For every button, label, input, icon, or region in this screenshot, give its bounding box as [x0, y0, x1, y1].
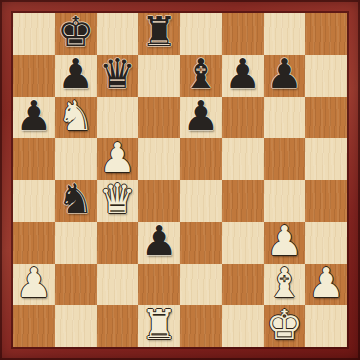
square-g3[interactable]: ♟ — [264, 222, 306, 264]
piece-black-pawn[interactable]: ♟ — [266, 54, 303, 95]
square-d4[interactable] — [138, 180, 180, 222]
square-h6[interactable] — [305, 97, 347, 139]
square-e6[interactable]: ♟ — [180, 97, 222, 139]
piece-black-pawn[interactable]: ♟ — [224, 54, 261, 95]
square-c1[interactable] — [97, 305, 139, 347]
square-a7[interactable] — [13, 55, 55, 97]
square-c6[interactable] — [97, 97, 139, 139]
square-c8[interactable] — [97, 13, 139, 55]
square-d5[interactable] — [138, 138, 180, 180]
square-c5[interactable]: ♟ — [97, 138, 139, 180]
piece-white-knight[interactable]: ♞ — [57, 96, 94, 137]
square-h7[interactable] — [305, 55, 347, 97]
piece-white-pawn[interactable]: ♟ — [266, 221, 303, 262]
square-f1[interactable] — [222, 305, 264, 347]
square-a2[interactable]: ♟ — [13, 264, 55, 306]
square-e2[interactable] — [180, 264, 222, 306]
piece-black-pawn[interactable]: ♟ — [15, 96, 52, 137]
square-e8[interactable] — [180, 13, 222, 55]
piece-white-rook[interactable]: ♜ — [141, 305, 178, 346]
square-h2[interactable]: ♟ — [305, 264, 347, 306]
square-a5[interactable] — [13, 138, 55, 180]
square-a1[interactable] — [13, 305, 55, 347]
square-e7[interactable]: ♝ — [180, 55, 222, 97]
square-d2[interactable] — [138, 264, 180, 306]
square-g4[interactable] — [264, 180, 306, 222]
square-d8[interactable]: ♜ — [138, 13, 180, 55]
square-a4[interactable] — [13, 180, 55, 222]
square-d3[interactable]: ♟ — [138, 222, 180, 264]
square-b2[interactable] — [55, 264, 97, 306]
square-a6[interactable]: ♟ — [13, 97, 55, 139]
square-d1[interactable]: ♜ — [138, 305, 180, 347]
square-c3[interactable] — [97, 222, 139, 264]
square-g1[interactable]: ♚ — [264, 305, 306, 347]
square-h3[interactable] — [305, 222, 347, 264]
square-e3[interactable] — [180, 222, 222, 264]
chess-board: ♚♜♟♛♝♟♟♟♞♟♟♞♛♟♟♟♝♟♜♚ — [13, 13, 347, 347]
square-f8[interactable] — [222, 13, 264, 55]
square-c2[interactable] — [97, 264, 139, 306]
square-g6[interactable] — [264, 97, 306, 139]
piece-black-knight[interactable]: ♞ — [57, 179, 94, 220]
square-g5[interactable] — [264, 138, 306, 180]
piece-white-pawn[interactable]: ♟ — [99, 138, 136, 179]
square-f4[interactable] — [222, 180, 264, 222]
square-g8[interactable] — [264, 13, 306, 55]
square-c4[interactable]: ♛ — [97, 180, 139, 222]
square-h1[interactable] — [305, 305, 347, 347]
square-g2[interactable]: ♝ — [264, 264, 306, 306]
square-f7[interactable]: ♟ — [222, 55, 264, 97]
square-c7[interactable]: ♛ — [97, 55, 139, 97]
square-f5[interactable] — [222, 138, 264, 180]
square-b6[interactable]: ♞ — [55, 97, 97, 139]
square-a8[interactable] — [13, 13, 55, 55]
piece-black-queen[interactable]: ♛ — [99, 54, 136, 95]
piece-white-king[interactable]: ♚ — [266, 305, 303, 346]
square-h8[interactable] — [305, 13, 347, 55]
piece-black-rook[interactable]: ♜ — [141, 12, 178, 53]
square-d6[interactable] — [138, 97, 180, 139]
piece-black-bishop[interactable]: ♝ — [182, 54, 219, 95]
square-b8[interactable]: ♚ — [55, 13, 97, 55]
square-g7[interactable]: ♟ — [264, 55, 306, 97]
piece-white-pawn[interactable]: ♟ — [308, 263, 345, 304]
piece-black-pawn[interactable]: ♟ — [57, 54, 94, 95]
square-h4[interactable] — [305, 180, 347, 222]
square-e1[interactable] — [180, 305, 222, 347]
square-f2[interactable] — [222, 264, 264, 306]
square-e4[interactable] — [180, 180, 222, 222]
piece-white-bishop[interactable]: ♝ — [266, 263, 303, 304]
square-h5[interactable] — [305, 138, 347, 180]
square-b3[interactable] — [55, 222, 97, 264]
square-d7[interactable] — [138, 55, 180, 97]
square-e5[interactable] — [180, 138, 222, 180]
piece-black-king[interactable]: ♚ — [57, 12, 94, 53]
square-b7[interactable]: ♟ — [55, 55, 97, 97]
piece-black-pawn[interactable]: ♟ — [141, 221, 178, 262]
piece-black-pawn[interactable]: ♟ — [182, 96, 219, 137]
piece-white-queen[interactable]: ♛ — [99, 179, 136, 220]
board-frame: ♚♜♟♛♝♟♟♟♞♟♟♞♛♟♟♟♝♟♜♚ — [0, 0, 360, 360]
square-a3[interactable] — [13, 222, 55, 264]
piece-white-pawn[interactable]: ♟ — [15, 263, 52, 304]
square-b1[interactable] — [55, 305, 97, 347]
square-f3[interactable] — [222, 222, 264, 264]
square-f6[interactable] — [222, 97, 264, 139]
square-b4[interactable]: ♞ — [55, 180, 97, 222]
square-b5[interactable] — [55, 138, 97, 180]
